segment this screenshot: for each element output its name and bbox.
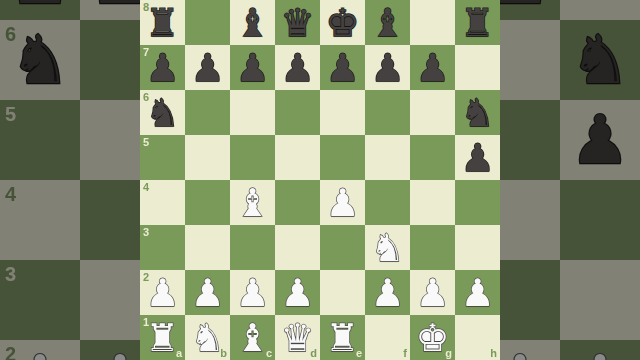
square-g8[interactable] [410, 0, 455, 45]
black-pawn-h5: ♟ [560, 100, 640, 180]
square-g4[interactable] [410, 180, 455, 225]
square-f6[interactable] [365, 90, 410, 135]
square-f3[interactable]: ♞ [365, 225, 410, 270]
square-h3[interactable] [455, 225, 500, 270]
white-pawn-b2[interactable]: ♟ [185, 270, 230, 315]
black-rook-a8[interactable]: ♜ [140, 0, 185, 45]
chess-board[interactable]: 8♜♝♛♚♝♜7♟♟♟♟♟♟♟6♞♞5♟4♝♟3♞2♟♟♟♟♟♟♟1a♜b♞c♝… [140, 0, 500, 360]
square-a4[interactable]: 4 [140, 180, 185, 225]
black-queen-d8[interactable]: ♛ [275, 0, 320, 45]
square-a3: 3 [0, 260, 80, 340]
square-d6[interactable] [275, 90, 320, 135]
square-b2[interactable]: ♟ [185, 270, 230, 315]
black-pawn-f7[interactable]: ♟ [365, 45, 410, 90]
square-b6[interactable] [185, 90, 230, 135]
square-h5: ♟ [560, 100, 640, 180]
square-a7: 7♟ [0, 0, 80, 20]
square-b1[interactable]: b♞ [185, 315, 230, 360]
square-g2[interactable]: ♟ [410, 270, 455, 315]
square-g1[interactable]: g♚ [410, 315, 455, 360]
black-rook-h8[interactable]: ♜ [455, 0, 500, 45]
square-b3[interactable] [185, 225, 230, 270]
rank-label-5: 5 [5, 104, 16, 124]
square-c5[interactable] [230, 135, 275, 180]
square-d2[interactable]: ♟ [275, 270, 320, 315]
square-e2[interactable] [320, 270, 365, 315]
square-h7[interactable] [455, 45, 500, 90]
square-h6: ♞ [560, 20, 640, 100]
black-pawn-g7[interactable]: ♟ [410, 45, 455, 90]
square-c4[interactable]: ♝ [230, 180, 275, 225]
square-f7[interactable]: ♟ [365, 45, 410, 90]
rank-label-4: 4 [5, 184, 16, 204]
square-a7[interactable]: 7♟ [140, 45, 185, 90]
rank-label-4: 4 [143, 182, 149, 193]
square-c8[interactable]: ♝ [230, 0, 275, 45]
black-pawn-a7: ♟ [0, 0, 80, 20]
square-a3[interactable]: 3 [140, 225, 185, 270]
black-pawn-c7[interactable]: ♟ [230, 45, 275, 90]
white-pawn-a2: ♟ [0, 340, 80, 360]
rank-label-3: 3 [5, 264, 16, 284]
file-label-h: h [490, 348, 497, 359]
black-king-e8[interactable]: ♚ [320, 0, 365, 45]
square-g5[interactable] [410, 135, 455, 180]
square-a4: 4 [0, 180, 80, 260]
black-bishop-f8[interactable]: ♝ [365, 0, 410, 45]
white-bishop-c4[interactable]: ♝ [230, 180, 275, 225]
white-pawn-e4[interactable]: ♟ [320, 180, 365, 225]
square-e8[interactable]: ♚ [320, 0, 365, 45]
black-pawn-b7[interactable]: ♟ [185, 45, 230, 90]
square-h4[interactable] [455, 180, 500, 225]
square-h7 [560, 0, 640, 20]
square-h8[interactable]: ♜ [455, 0, 500, 45]
square-d1[interactable]: d♛ [275, 315, 320, 360]
square-b4[interactable] [185, 180, 230, 225]
white-rook-a1[interactable]: ♜ [140, 315, 185, 360]
square-h1[interactable]: h [455, 315, 500, 360]
white-knight-f3[interactable]: ♞ [365, 225, 410, 270]
square-a2: 2♟ [0, 340, 80, 360]
black-knight-a6[interactable]: ♞ [140, 90, 185, 135]
square-a5: 5 [0, 100, 80, 180]
square-h5[interactable]: ♟ [455, 135, 500, 180]
white-knight-b1[interactable]: ♞ [185, 315, 230, 360]
square-h4 [560, 180, 640, 260]
square-e6[interactable] [320, 90, 365, 135]
square-e5[interactable] [320, 135, 365, 180]
white-pawn-h2[interactable]: ♟ [455, 270, 500, 315]
black-pawn-h5[interactable]: ♟ [455, 135, 500, 180]
rank-label-3: 3 [143, 227, 149, 238]
square-f4[interactable] [365, 180, 410, 225]
black-pawn-a7[interactable]: ♟ [140, 45, 185, 90]
white-rook-e1[interactable]: ♜ [320, 315, 365, 360]
square-h6[interactable]: ♞ [455, 90, 500, 135]
square-a1[interactable]: 1a♜ [140, 315, 185, 360]
white-pawn-d2[interactable]: ♟ [275, 270, 320, 315]
square-f1[interactable]: f [365, 315, 410, 360]
square-a6: 6♞ [0, 20, 80, 100]
white-bishop-c1[interactable]: ♝ [230, 315, 275, 360]
video-frame: 8♜♝♛♚♝♜7♟♟♟♟♟♟♟6♞♞5♟4♝♟3♞2♟♟♟♟♟♟♟1a♜b♞c♝… [0, 0, 640, 360]
square-a8[interactable]: 8♜ [140, 0, 185, 45]
white-pawn-h2: ♟ [560, 340, 640, 360]
square-h3 [560, 260, 640, 340]
white-pawn-f2[interactable]: ♟ [365, 270, 410, 315]
black-pawn-e7[interactable]: ♟ [320, 45, 365, 90]
square-e3[interactable] [320, 225, 365, 270]
square-h2[interactable]: ♟ [455, 270, 500, 315]
square-d5[interactable] [275, 135, 320, 180]
black-pawn-d7[interactable]: ♟ [275, 45, 320, 90]
file-label-f: f [403, 348, 407, 359]
square-f8[interactable]: ♝ [365, 0, 410, 45]
square-e7[interactable]: ♟ [320, 45, 365, 90]
square-a5[interactable]: 5 [140, 135, 185, 180]
square-d8[interactable]: ♛ [275, 0, 320, 45]
square-a6[interactable]: 6♞ [140, 90, 185, 135]
white-queen-d1[interactable]: ♛ [275, 315, 320, 360]
square-b7[interactable]: ♟ [185, 45, 230, 90]
rank-label-5: 5 [143, 137, 149, 148]
square-g3[interactable] [410, 225, 455, 270]
square-h2: ♟ [560, 340, 640, 360]
white-pawn-g2[interactable]: ♟ [410, 270, 455, 315]
black-knight-h6: ♞ [560, 20, 640, 100]
square-b8[interactable] [185, 0, 230, 45]
black-knight-a6: ♞ [0, 20, 80, 100]
square-d7[interactable]: ♟ [275, 45, 320, 90]
square-c2[interactable]: ♟ [230, 270, 275, 315]
square-e1[interactable]: e♜ [320, 315, 365, 360]
square-d4[interactable] [275, 180, 320, 225]
square-c1[interactable]: c♝ [230, 315, 275, 360]
square-g6[interactable] [410, 90, 455, 135]
white-king-g1[interactable]: ♚ [410, 315, 455, 360]
square-c6[interactable] [230, 90, 275, 135]
black-knight-h6[interactable]: ♞ [455, 90, 500, 135]
square-c3[interactable] [230, 225, 275, 270]
square-c7[interactable]: ♟ [230, 45, 275, 90]
white-pawn-a2[interactable]: ♟ [140, 270, 185, 315]
square-e4[interactable]: ♟ [320, 180, 365, 225]
square-f2[interactable]: ♟ [365, 270, 410, 315]
white-pawn-c2[interactable]: ♟ [230, 270, 275, 315]
square-a2[interactable]: 2♟ [140, 270, 185, 315]
square-g7[interactable]: ♟ [410, 45, 455, 90]
square-f5[interactable] [365, 135, 410, 180]
square-b5[interactable] [185, 135, 230, 180]
square-d3[interactable] [275, 225, 320, 270]
black-bishop-c8[interactable]: ♝ [230, 0, 275, 45]
